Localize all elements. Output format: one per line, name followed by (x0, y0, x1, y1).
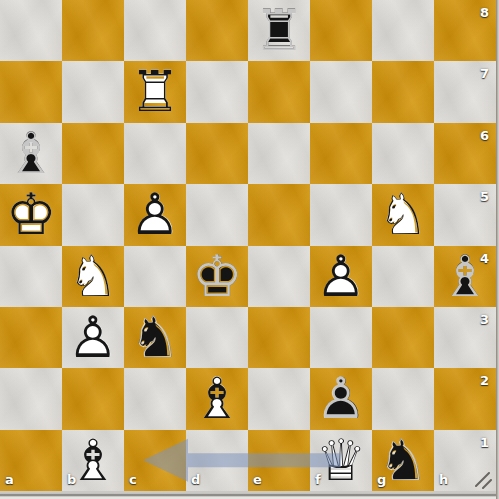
square-c1[interactable]: c (124, 430, 186, 491)
square-h6[interactable]: 6 (434, 123, 496, 184)
square-b5[interactable] (62, 184, 124, 245)
square-a6[interactable]: ♝♗ (0, 123, 62, 184)
square-b7[interactable] (62, 61, 124, 122)
square-f2[interactable]: ♟♙ (310, 368, 372, 429)
white-pawn-glyph-outline: ♙ (124, 184, 186, 245)
square-e4[interactable] (248, 246, 310, 307)
square-h5[interactable]: 5 (434, 184, 496, 245)
square-e5[interactable] (248, 184, 310, 245)
square-b4[interactable]: ♞♘ (62, 246, 124, 307)
square-c8[interactable] (124, 0, 186, 61)
piece-white-pawn[interactable]: ♟♙ (62, 307, 124, 368)
piece-black-rook[interactable]: ♜♖ (248, 0, 310, 61)
square-c7[interactable]: ♜♖ (124, 61, 186, 122)
black-bishop-glyph-outline: ♗ (0, 123, 62, 184)
black-rook-glyph-outline: ♖ (248, 0, 310, 61)
white-pawn-glyph-outline: ♙ (62, 307, 124, 368)
square-a1[interactable]: a (0, 430, 62, 491)
square-a3[interactable] (0, 307, 62, 368)
square-a4[interactable] (0, 246, 62, 307)
file-label-c: c (129, 473, 137, 486)
square-h2[interactable]: 2 (434, 368, 496, 429)
square-b8[interactable] (62, 0, 124, 61)
square-a8[interactable] (0, 0, 62, 61)
square-d4[interactable]: ♚♔ (186, 246, 248, 307)
square-b2[interactable] (62, 368, 124, 429)
piece-black-pawn[interactable]: ♟♙ (310, 368, 372, 429)
white-bishop-glyph-outline: ♗ (186, 368, 248, 429)
white-queen-glyph-outline: ♕ (310, 430, 372, 491)
square-c2[interactable] (124, 368, 186, 429)
piece-black-bishop[interactable]: ♝♗ (434, 246, 496, 307)
file-label-a: a (5, 473, 14, 486)
piece-white-pawn[interactable]: ♟♙ (310, 246, 372, 307)
piece-white-bishop[interactable]: ♝♗ (186, 368, 248, 429)
chess-board: ♜♖8♜♖7♝♗6♚♔♟♙♞♘5♞♘♚♔♟♙4♝♗♟♙♞♘3♝♗♟♙2ab♝♗c… (0, 0, 496, 491)
square-h3[interactable]: 3 (434, 307, 496, 368)
square-g3[interactable] (372, 307, 434, 368)
black-king-glyph-outline: ♔ (186, 246, 248, 307)
black-bishop-glyph-outline: ♗ (434, 246, 496, 307)
square-h8[interactable]: 8 (434, 0, 496, 61)
piece-white-pawn[interactable]: ♟♙ (124, 184, 186, 245)
black-knight-glyph-outline: ♘ (372, 430, 434, 491)
square-d8[interactable] (186, 0, 248, 61)
square-b6[interactable] (62, 123, 124, 184)
square-g8[interactable] (372, 0, 434, 61)
square-e6[interactable] (248, 123, 310, 184)
square-e7[interactable] (248, 61, 310, 122)
piece-white-knight[interactable]: ♞♘ (372, 184, 434, 245)
piece-black-knight[interactable]: ♞♘ (124, 307, 186, 368)
file-label-d: d (191, 473, 200, 486)
square-g7[interactable] (372, 61, 434, 122)
square-f1[interactable]: f♛♕ (310, 430, 372, 491)
white-rook-glyph-outline: ♖ (124, 61, 186, 122)
piece-white-king[interactable]: ♚♔ (0, 184, 62, 245)
square-g4[interactable] (372, 246, 434, 307)
black-knight-glyph-outline: ♘ (124, 307, 186, 368)
square-g2[interactable] (372, 368, 434, 429)
square-f6[interactable] (310, 123, 372, 184)
rank-label-3: 3 (480, 313, 489, 326)
chess-board-widget: ♜♖8♜♖7♝♗6♚♔♟♙♞♘5♞♘♚♔♟♙4♝♗♟♙♞♘3♝♗♟♙2ab♝♗c… (0, 0, 499, 499)
square-d5[interactable] (186, 184, 248, 245)
rank-label-8: 8 (480, 6, 489, 19)
square-c6[interactable] (124, 123, 186, 184)
piece-white-bishop[interactable]: ♝♗ (62, 430, 124, 491)
square-d3[interactable] (186, 307, 248, 368)
square-f7[interactable] (310, 61, 372, 122)
piece-white-rook[interactable]: ♜♖ (124, 61, 186, 122)
piece-white-knight[interactable]: ♞♘ (62, 246, 124, 307)
square-h4[interactable]: 4♝♗ (434, 246, 496, 307)
square-g5[interactable]: ♞♘ (372, 184, 434, 245)
square-d2[interactable]: ♝♗ (186, 368, 248, 429)
white-bishop-glyph-outline: ♗ (62, 430, 124, 491)
piece-black-bishop[interactable]: ♝♗ (0, 123, 62, 184)
rank-label-5: 5 (480, 190, 489, 203)
black-pawn-glyph-outline: ♙ (310, 368, 372, 429)
square-c4[interactable] (124, 246, 186, 307)
square-b3[interactable]: ♟♙ (62, 307, 124, 368)
square-g1[interactable]: g♞♘ (372, 430, 434, 491)
square-a5[interactable]: ♚♔ (0, 184, 62, 245)
square-e8[interactable]: ♜♖ (248, 0, 310, 61)
rank-label-7: 7 (480, 67, 489, 80)
square-d7[interactable] (186, 61, 248, 122)
square-h7[interactable]: 7 (434, 61, 496, 122)
square-e3[interactable] (248, 307, 310, 368)
square-c5[interactable]: ♟♙ (124, 184, 186, 245)
rank-label-6: 6 (480, 129, 489, 142)
resize-handle-icon[interactable] (474, 471, 493, 490)
rank-label-2: 2 (480, 374, 489, 387)
white-king-glyph-outline: ♔ (0, 184, 62, 245)
piece-white-queen[interactable]: ♛♕ (310, 430, 372, 491)
square-a7[interactable] (0, 61, 62, 122)
white-pawn-glyph-outline: ♙ (310, 246, 372, 307)
white-knight-glyph-outline: ♘ (372, 184, 434, 245)
square-a2[interactable] (0, 368, 62, 429)
square-f8[interactable] (310, 0, 372, 61)
square-e2[interactable] (248, 368, 310, 429)
square-e1[interactable]: e (248, 430, 310, 491)
square-d1[interactable]: d (186, 430, 248, 491)
file-label-h: h (439, 473, 448, 486)
square-d6[interactable] (186, 123, 248, 184)
square-g6[interactable] (372, 123, 434, 184)
piece-black-king[interactable]: ♚♔ (186, 246, 248, 307)
piece-black-knight[interactable]: ♞♘ (372, 430, 434, 491)
square-c3[interactable]: ♞♘ (124, 307, 186, 368)
square-b1[interactable]: b♝♗ (62, 430, 124, 491)
square-f3[interactable] (310, 307, 372, 368)
white-knight-glyph-outline: ♘ (62, 246, 124, 307)
square-f4[interactable]: ♟♙ (310, 246, 372, 307)
square-f5[interactable] (310, 184, 372, 245)
file-label-e: e (253, 473, 262, 486)
rank-label-1: 1 (480, 436, 489, 449)
